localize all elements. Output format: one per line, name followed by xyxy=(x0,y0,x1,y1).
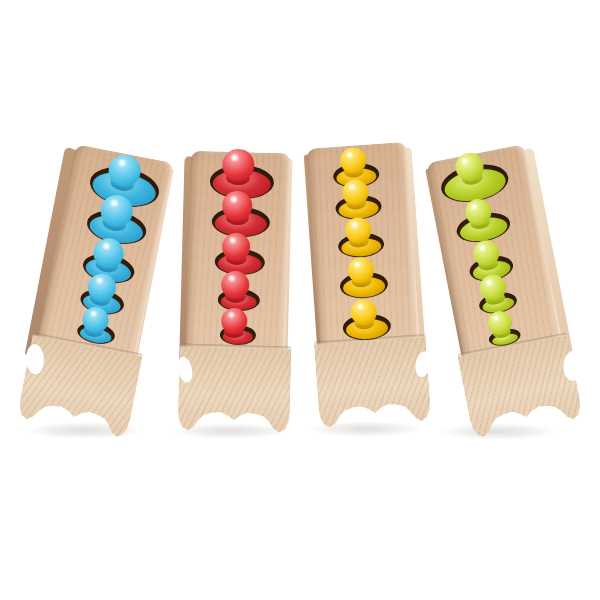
knob-specular-highlight xyxy=(117,158,128,167)
knob-specular-highlight xyxy=(227,275,235,281)
knob-specular-highlight xyxy=(470,203,479,210)
knob-specular-highlight xyxy=(356,303,364,310)
knob-specular-highlight xyxy=(95,276,104,283)
knob-specular-highlight xyxy=(348,183,356,190)
knob-specular-highlight xyxy=(353,261,361,268)
cylinder-block-yellow xyxy=(306,142,425,430)
knob-specular-highlight xyxy=(484,279,493,286)
knob-specular-highlight xyxy=(346,152,354,159)
knob-specular-highlight xyxy=(109,199,120,208)
knob-specular-highlight xyxy=(229,154,239,161)
block-side-notch xyxy=(563,350,585,381)
knob-specular-highlight xyxy=(227,312,235,318)
knob-specular-highlight xyxy=(101,242,111,251)
block-front-face xyxy=(314,337,432,431)
knob-specular-highlight xyxy=(460,157,469,164)
knob-specular-highlight xyxy=(478,244,487,251)
knob-specular-highlight xyxy=(491,315,499,321)
block-front-face xyxy=(177,347,291,436)
knob-specular-highlight xyxy=(89,310,98,317)
cylinder-block-red xyxy=(183,151,290,436)
cylinder-block-blue xyxy=(22,144,174,440)
knob-specular-highlight xyxy=(350,221,358,228)
knob-specular-highlight xyxy=(228,237,236,243)
product-photo-montessori-cylinder-blocks xyxy=(0,0,600,600)
knob-specular-highlight xyxy=(229,196,238,203)
cylinder-block-green xyxy=(426,144,578,440)
